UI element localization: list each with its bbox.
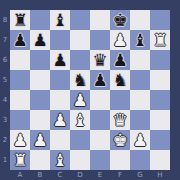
square-b3[interactable] [30, 110, 50, 130]
square-d1[interactable] [70, 150, 90, 170]
square-h2[interactable] [150, 130, 170, 150]
square-c8[interactable]: ♝ [50, 10, 70, 30]
square-d6[interactable] [70, 50, 90, 70]
black-pawn[interactable]: ♟ [50, 50, 70, 70]
black-pawn[interactable]: ♟ [90, 70, 110, 90]
white-pawn[interactable]: ♟ [50, 110, 70, 130]
square-h1[interactable] [150, 150, 170, 170]
white-pawn[interactable]: ♟ [10, 130, 30, 150]
white-king[interactable]: ♚ [110, 130, 130, 150]
square-f2[interactable]: ♚ [110, 130, 130, 150]
square-c4[interactable] [50, 90, 70, 110]
square-a4[interactable] [10, 90, 30, 110]
white-bishop[interactable]: ♝ [50, 150, 70, 170]
black-pawn[interactable]: ♟ [110, 50, 130, 70]
square-h5[interactable] [150, 70, 170, 90]
square-f1[interactable] [110, 150, 130, 170]
file-label-d: D [70, 170, 90, 180]
square-h4[interactable] [150, 90, 170, 110]
square-e1[interactable] [90, 150, 110, 170]
file-label-e: E [90, 170, 110, 180]
rank-label-3: 3 [0, 110, 10, 130]
square-g5[interactable] [130, 70, 150, 90]
square-f5[interactable]: ♞ [110, 70, 130, 90]
square-h3[interactable] [150, 110, 170, 130]
square-c2[interactable] [50, 130, 70, 150]
file-label-b: B [30, 170, 50, 180]
file-label-g: G [130, 170, 150, 180]
square-b8[interactable] [30, 10, 50, 30]
square-d8[interactable] [70, 10, 90, 30]
square-d7[interactable] [70, 30, 90, 50]
white-queen[interactable]: ♛ [110, 110, 130, 130]
rank-label-1: 1 [0, 150, 10, 170]
square-e7[interactable] [90, 30, 110, 50]
black-pawn[interactable]: ♟ [30, 30, 50, 50]
square-h6[interactable] [150, 50, 170, 70]
square-f3[interactable]: ♛ [110, 110, 130, 130]
square-c3[interactable]: ♟ [50, 110, 70, 130]
square-b7[interactable]: ♟ [30, 30, 50, 50]
black-bishop[interactable]: ♝ [130, 30, 150, 50]
file-label-f: F [110, 170, 130, 180]
square-a2[interactable]: ♟ [10, 130, 30, 150]
square-b4[interactable] [30, 90, 50, 110]
square-a1[interactable]: ♜ [10, 150, 30, 170]
white-pawn[interactable]: ♟ [70, 90, 90, 110]
rank-labels: 87654321 [0, 10, 10, 170]
square-b6[interactable] [30, 50, 50, 70]
square-e5[interactable]: ♟ [90, 70, 110, 90]
square-h8[interactable] [150, 10, 170, 30]
square-a6[interactable] [10, 50, 30, 70]
black-bishop[interactable]: ♝ [50, 10, 70, 30]
square-d2[interactable] [70, 130, 90, 150]
black-knight[interactable]: ♞ [110, 70, 130, 90]
square-f6[interactable]: ♟ [110, 50, 130, 70]
chess-board-frame: 87654321 ♜♝♚♟♟♟♝♜♟♛♟♞♟♞♟♟♝♛♟♟♚♟♜♝ ABCDEF… [0, 0, 180, 180]
square-a3[interactable] [10, 110, 30, 130]
rank-label-6: 6 [0, 50, 10, 70]
square-a5[interactable] [10, 70, 30, 90]
square-g1[interactable] [130, 150, 150, 170]
square-e8[interactable] [90, 10, 110, 30]
square-b2[interactable]: ♟ [30, 130, 50, 150]
black-rook[interactable]: ♜ [10, 10, 30, 30]
black-queen[interactable]: ♛ [90, 50, 110, 70]
square-e6[interactable]: ♛ [90, 50, 110, 70]
square-g6[interactable] [130, 50, 150, 70]
square-a7[interactable]: ♟ [10, 30, 30, 50]
square-e3[interactable] [90, 110, 110, 130]
square-g2[interactable]: ♟ [130, 130, 150, 150]
rank-label-5: 5 [0, 70, 10, 90]
square-c7[interactable] [50, 30, 70, 50]
square-d5[interactable]: ♞ [70, 70, 90, 90]
square-h7[interactable]: ♜ [150, 30, 170, 50]
file-labels: ABCDEFGH [10, 170, 170, 180]
black-pawn[interactable]: ♟ [10, 30, 30, 50]
square-d3[interactable]: ♝ [70, 110, 90, 130]
black-king[interactable]: ♚ [110, 10, 130, 30]
black-knight[interactable]: ♞ [70, 70, 90, 90]
white-pawn[interactable]: ♟ [30, 130, 50, 150]
white-pawn[interactable]: ♟ [110, 30, 130, 50]
square-c1[interactable]: ♝ [50, 150, 70, 170]
square-a8[interactable]: ♜ [10, 10, 30, 30]
square-f7[interactable]: ♟ [110, 30, 130, 50]
file-label-h: H [150, 170, 170, 180]
square-d4[interactable]: ♟ [70, 90, 90, 110]
white-bishop[interactable]: ♝ [70, 110, 90, 130]
square-b5[interactable] [30, 70, 50, 90]
file-label-c: C [50, 170, 70, 180]
square-b1[interactable] [30, 150, 50, 170]
square-f4[interactable] [110, 90, 130, 110]
rank-label-2: 2 [0, 130, 10, 150]
square-g3[interactable] [130, 110, 150, 130]
rank-label-7: 7 [0, 30, 10, 50]
square-c5[interactable] [50, 70, 70, 90]
rank-label-8: 8 [0, 10, 10, 30]
square-g7[interactable]: ♝ [130, 30, 150, 50]
rank-label-4: 4 [0, 90, 10, 110]
square-e2[interactable] [90, 130, 110, 150]
square-c6[interactable]: ♟ [50, 50, 70, 70]
file-label-a: A [10, 170, 30, 180]
white-rook[interactable]: ♜ [10, 150, 30, 170]
white-rook[interactable]: ♜ [150, 30, 170, 50]
white-pawn[interactable]: ♟ [130, 130, 150, 150]
board-grid: ♜♝♚♟♟♟♝♜♟♛♟♞♟♞♟♟♝♛♟♟♚♟♜♝ [10, 10, 170, 170]
square-f8[interactable]: ♚ [110, 10, 130, 30]
square-e4[interactable] [90, 90, 110, 110]
square-g4[interactable] [130, 90, 150, 110]
square-g8[interactable] [130, 10, 150, 30]
